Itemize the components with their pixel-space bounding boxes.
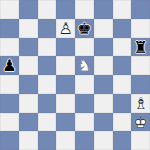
square-h4[interactable] [131,75,150,94]
square-f4[interactable] [94,75,113,94]
square-c4[interactable] [38,75,57,94]
square-b3[interactable] [19,94,38,113]
black-king: ♚ [75,19,94,38]
square-f7[interactable] [94,19,113,38]
square-e1[interactable] [75,131,94,150]
square-h7[interactable] [131,19,150,38]
square-e4[interactable] [75,75,94,94]
square-c2[interactable] [38,113,57,132]
square-f8[interactable] [94,0,113,19]
square-b4[interactable] [19,75,38,94]
square-a7[interactable] [0,19,19,38]
square-b2[interactable] [19,113,38,132]
square-f6[interactable] [94,38,113,57]
black-pawn: ♟ [0,56,19,75]
square-d4[interactable] [56,75,75,94]
square-f5[interactable] [94,56,113,75]
square-b1[interactable] [19,131,38,150]
square-g1[interactable] [113,131,132,150]
square-g3[interactable] [113,94,132,113]
square-f3[interactable] [94,94,113,113]
square-e8[interactable] [75,0,94,19]
square-g5[interactable] [113,56,132,75]
square-b8[interactable] [19,0,38,19]
square-f1[interactable] [94,131,113,150]
square-c1[interactable] [38,131,57,150]
square-d5[interactable] [56,56,75,75]
white-king: ♚♔ [131,113,150,132]
square-d2[interactable] [56,113,75,132]
square-e3[interactable] [75,94,94,113]
square-e7[interactable]: ♚ [75,19,94,38]
square-g6[interactable] [113,38,132,57]
square-e6[interactable] [75,38,94,57]
square-h6[interactable]: ♜ [131,38,150,57]
square-g7[interactable] [113,19,132,38]
square-h3[interactable]: ♝♗ [131,94,150,113]
square-a6[interactable] [0,38,19,57]
white-pawn: ♟♙ [56,19,75,38]
square-b5[interactable] [19,56,38,75]
square-c5[interactable] [38,56,57,75]
square-h1[interactable] [131,131,150,150]
square-d1[interactable] [56,131,75,150]
square-a5[interactable]: ♟ [0,56,19,75]
square-e5[interactable]: ♞♘ [75,56,94,75]
white-knight: ♞♘ [75,56,94,75]
square-a4[interactable] [0,75,19,94]
square-a1[interactable] [0,131,19,150]
chess-board: ♟♙♚♜♟♞♘♝♗♚♔ [0,0,150,150]
square-d7[interactable]: ♟♙ [56,19,75,38]
square-b7[interactable] [19,19,38,38]
square-h8[interactable] [131,0,150,19]
square-g4[interactable] [113,75,132,94]
square-b6[interactable] [19,38,38,57]
square-a8[interactable] [0,0,19,19]
white-bishop: ♝♗ [131,94,150,113]
square-a3[interactable] [0,94,19,113]
square-h5[interactable] [131,56,150,75]
square-f2[interactable] [94,113,113,132]
square-e2[interactable] [75,113,94,132]
square-d8[interactable] [56,0,75,19]
square-c6[interactable] [38,38,57,57]
square-d6[interactable] [56,38,75,57]
square-h2[interactable]: ♚♔ [131,113,150,132]
square-c3[interactable] [38,94,57,113]
square-c8[interactable] [38,0,57,19]
square-g8[interactable] [113,0,132,19]
square-a2[interactable] [0,113,19,132]
square-g2[interactable] [113,113,132,132]
black-rook: ♜ [131,38,150,57]
square-d3[interactable] [56,94,75,113]
square-c7[interactable] [38,19,57,38]
